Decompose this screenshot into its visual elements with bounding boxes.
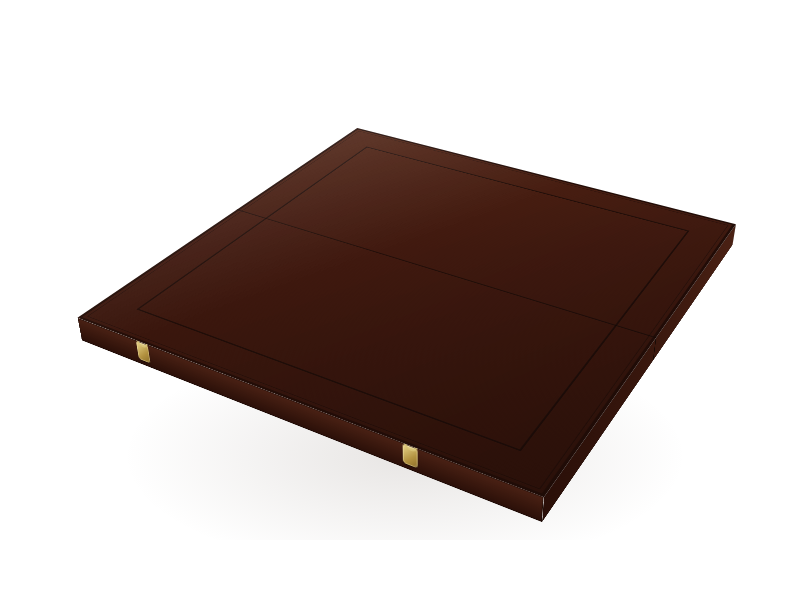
product-photo-scene <box>0 0 800 600</box>
brass-clasp-left <box>136 341 151 363</box>
brass-clasp-right <box>403 444 418 469</box>
